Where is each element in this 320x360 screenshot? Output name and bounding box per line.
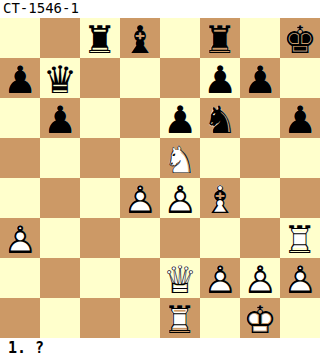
piece-black-rook[interactable]: ♖♜ (80, 18, 120, 58)
square-a4[interactable] (0, 178, 40, 218)
square-g8[interactable] (240, 18, 280, 58)
piece-white-pawn[interactable]: ♟♙ (0, 218, 40, 258)
chess-board: ♖♜♗♝♖♜♔♚♙♟♕♛♙♟♙♟♙♟♙♟♘♞♙♟♞♘♟♙♟♙♝♗♟♙♜♖♛♕♟♙… (0, 18, 320, 338)
square-a2[interactable] (0, 258, 40, 298)
square-a7[interactable]: ♙♟ (0, 58, 40, 98)
piece-glyph: ♘ (160, 138, 200, 178)
piece-white-pawn[interactable]: ♟♙ (160, 178, 200, 218)
square-d6[interactable] (120, 98, 160, 138)
square-g3[interactable] (240, 218, 280, 258)
square-f7[interactable]: ♙♟ (200, 58, 240, 98)
piece-glyph: ♙ (120, 178, 160, 218)
square-c7[interactable] (80, 58, 120, 98)
square-e8[interactable] (160, 18, 200, 58)
square-c5[interactable] (80, 138, 120, 178)
square-f2[interactable]: ♟♙ (200, 258, 240, 298)
piece-glyph: ♟ (40, 98, 80, 138)
piece-black-pawn[interactable]: ♙♟ (240, 58, 280, 98)
square-a1[interactable] (0, 298, 40, 338)
piece-glyph: ♙ (0, 218, 40, 258)
piece-black-king[interactable]: ♔♚ (280, 18, 320, 58)
piece-white-pawn[interactable]: ♟♙ (120, 178, 160, 218)
square-g5[interactable] (240, 138, 280, 178)
square-b6[interactable]: ♙♟ (40, 98, 80, 138)
square-e2[interactable]: ♛♕ (160, 258, 200, 298)
piece-glyph: ♚ (280, 18, 320, 58)
square-e7[interactable] (160, 58, 200, 98)
square-c4[interactable] (80, 178, 120, 218)
piece-glyph: ♖ (160, 298, 200, 338)
square-f8[interactable]: ♖♜ (200, 18, 240, 58)
square-g1[interactable]: ♚♔ (240, 298, 280, 338)
piece-black-pawn[interactable]: ♙♟ (160, 98, 200, 138)
piece-glyph: ♔ (240, 298, 280, 338)
piece-glyph: ♛ (40, 58, 80, 98)
square-g2[interactable]: ♟♙ (240, 258, 280, 298)
piece-glyph: ♖ (280, 218, 320, 258)
square-h7[interactable] (280, 58, 320, 98)
piece-glyph: ♟ (160, 98, 200, 138)
piece-glyph: ♙ (280, 258, 320, 298)
square-h1[interactable] (280, 298, 320, 338)
square-a3[interactable]: ♟♙ (0, 218, 40, 258)
piece-glyph: ♝ (120, 18, 160, 58)
square-a5[interactable] (0, 138, 40, 178)
piece-white-rook[interactable]: ♜♖ (280, 218, 320, 258)
square-e4[interactable]: ♟♙ (160, 178, 200, 218)
piece-white-queen[interactable]: ♛♕ (160, 258, 200, 298)
square-g7[interactable]: ♙♟ (240, 58, 280, 98)
square-b2[interactable] (40, 258, 80, 298)
square-c2[interactable] (80, 258, 120, 298)
square-g6[interactable] (240, 98, 280, 138)
square-e1[interactable]: ♜♖ (160, 298, 200, 338)
square-a6[interactable] (0, 98, 40, 138)
square-e5[interactable]: ♞♘ (160, 138, 200, 178)
piece-glyph: ♙ (240, 258, 280, 298)
piece-black-rook[interactable]: ♖♜ (200, 18, 240, 58)
piece-glyph: ♙ (160, 178, 200, 218)
square-b8[interactable] (40, 18, 80, 58)
square-f1[interactable] (200, 298, 240, 338)
square-b5[interactable] (40, 138, 80, 178)
piece-glyph: ♙ (200, 258, 240, 298)
piece-white-rook[interactable]: ♜♖ (160, 298, 200, 338)
square-b3[interactable] (40, 218, 80, 258)
square-c1[interactable] (80, 298, 120, 338)
piece-glyph: ♟ (280, 98, 320, 138)
piece-glyph: ♕ (160, 258, 200, 298)
piece-white-knight[interactable]: ♞♘ (160, 138, 200, 178)
piece-glyph: ♟ (240, 58, 280, 98)
piece-glyph: ♟ (200, 58, 240, 98)
piece-glyph: ♟ (0, 58, 40, 98)
square-a8[interactable] (0, 18, 40, 58)
piece-white-pawn[interactable]: ♟♙ (200, 258, 240, 298)
square-b4[interactable] (40, 178, 80, 218)
piece-white-king[interactable]: ♚♔ (240, 298, 280, 338)
piece-glyph: ♗ (200, 178, 240, 218)
piece-black-pawn[interactable]: ♙♟ (200, 58, 240, 98)
square-e3[interactable] (160, 218, 200, 258)
piece-white-pawn[interactable]: ♟♙ (240, 258, 280, 298)
piece-black-bishop[interactable]: ♗♝ (120, 18, 160, 58)
square-e6[interactable]: ♙♟ (160, 98, 200, 138)
puzzle-id: CT-1546-1 (0, 0, 320, 18)
square-g4[interactable] (240, 178, 280, 218)
square-h8[interactable]: ♔♚ (280, 18, 320, 58)
square-d3[interactable] (120, 218, 160, 258)
square-h2[interactable]: ♟♙ (280, 258, 320, 298)
square-b1[interactable] (40, 298, 80, 338)
piece-black-queen[interactable]: ♕♛ (40, 58, 80, 98)
square-d5[interactable] (120, 138, 160, 178)
square-f6[interactable]: ♘♞ (200, 98, 240, 138)
piece-black-pawn[interactable]: ♙♟ (40, 98, 80, 138)
piece-black-pawn[interactable]: ♙♟ (280, 98, 320, 138)
square-f3[interactable] (200, 218, 240, 258)
square-c6[interactable] (80, 98, 120, 138)
square-h5[interactable] (280, 138, 320, 178)
square-h6[interactable]: ♙♟ (280, 98, 320, 138)
piece-glyph: ♜ (200, 18, 240, 58)
square-h3[interactable]: ♜♖ (280, 218, 320, 258)
square-f4[interactable]: ♝♗ (200, 178, 240, 218)
square-f5[interactable] (200, 138, 240, 178)
square-c3[interactable] (80, 218, 120, 258)
square-d1[interactable] (120, 298, 160, 338)
square-c8[interactable]: ♖♜ (80, 18, 120, 58)
square-d8[interactable]: ♗♝ (120, 18, 160, 58)
square-d4[interactable]: ♟♙ (120, 178, 160, 218)
piece-glyph: ♜ (80, 18, 120, 58)
piece-white-bishop[interactable]: ♝♗ (200, 178, 240, 218)
square-d2[interactable] (120, 258, 160, 298)
square-h4[interactable] (280, 178, 320, 218)
piece-white-pawn[interactable]: ♟♙ (280, 258, 320, 298)
piece-black-pawn[interactable]: ♙♟ (0, 58, 40, 98)
piece-black-knight[interactable]: ♘♞ (200, 98, 240, 138)
square-b7[interactable]: ♕♛ (40, 58, 80, 98)
piece-glyph: ♞ (200, 98, 240, 138)
square-d7[interactable] (120, 58, 160, 98)
chess-puzzle-app: CT-1546-1 ♖♜♗♝♖♜♔♚♙♟♕♛♙♟♙♟♙♟♙♟♘♞♙♟♞♘♟♙♟♙… (0, 0, 320, 360)
